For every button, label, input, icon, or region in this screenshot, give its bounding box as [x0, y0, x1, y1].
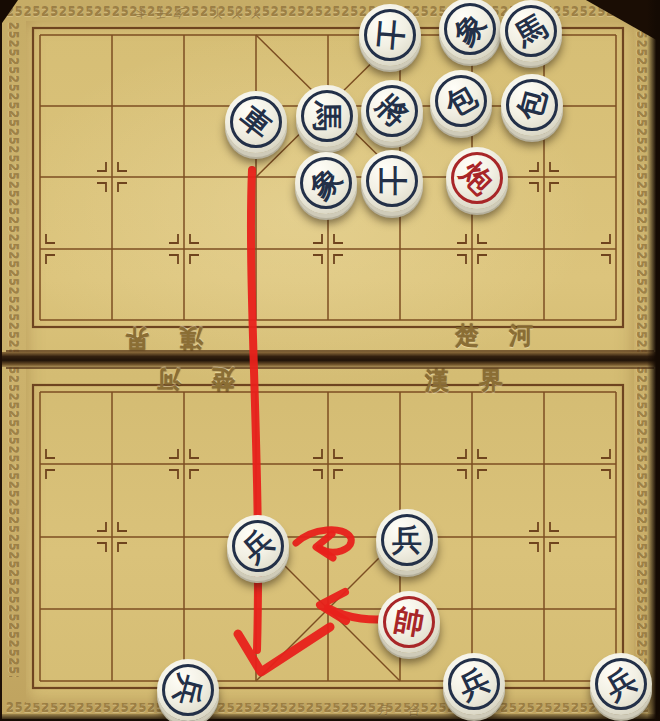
- piece-character: 帥: [392, 605, 427, 640]
- piece-black-soldier[interactable]: 兵: [227, 515, 289, 577]
- piece-black-horse[interactable]: 馬: [296, 85, 358, 147]
- piece-character: 士: [377, 166, 407, 196]
- piece-black-advisor[interactable]: 士: [359, 4, 421, 66]
- photo-edge-dark-right: [647, 0, 660, 721]
- piece-black-cannon[interactable]: 包: [501, 74, 563, 136]
- piece-black-soldier[interactable]: 兵: [590, 653, 652, 715]
- piece-black-general[interactable]: 將: [361, 80, 423, 142]
- piece-black-soldier[interactable]: 兵: [376, 509, 438, 571]
- piece-character: 馬: [312, 101, 342, 131]
- piece-black-soldier[interactable]: 兵: [157, 659, 219, 721]
- piece-black-chariot[interactable]: 車: [225, 91, 287, 153]
- board-fold-seam: [2, 352, 656, 367]
- meander-border-left: 2525252525252525252525252525252525252525…: [4, 22, 22, 677]
- piece-black-horse[interactable]: 馬: [500, 0, 562, 62]
- river-label-bottom-right: 漢界: [425, 365, 533, 397]
- river-label-bottom-left: 楚河: [127, 363, 235, 395]
- piece-black-cannon[interactable]: 包: [430, 70, 492, 132]
- piece-red-general[interactable]: 帥: [378, 591, 440, 653]
- piece-black-elephant[interactable]: 象: [439, 0, 501, 60]
- piece-black-advisor[interactable]: 士: [361, 150, 423, 212]
- piece-black-soldier[interactable]: 兵: [443, 653, 505, 715]
- xiangqi-board-photo: 2525252525252525252525252525252525252525…: [0, 0, 660, 721]
- river-label-top-right: 楚河: [455, 320, 563, 352]
- piece-character: 兵: [392, 525, 422, 555]
- piece-character: 士: [374, 19, 407, 52]
- piece-red-cannon[interactable]: 炮: [446, 147, 508, 209]
- river-label-top-left: 漢界: [95, 322, 203, 354]
- piece-black-elephant[interactable]: 象: [295, 152, 357, 214]
- top-edge-embossed-marks: 丫丫丫 夕千卡: [128, 4, 261, 21]
- photo-edge-dark-bottom: [0, 714, 660, 721]
